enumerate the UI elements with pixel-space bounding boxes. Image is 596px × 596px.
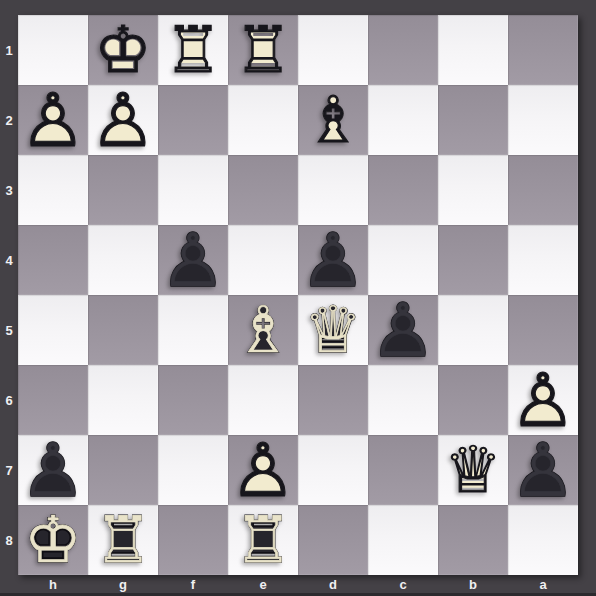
square-a8[interactable]: [508, 505, 578, 575]
black-pawn-glyph-fill: ♟: [158, 225, 228, 295]
square-b5[interactable]: [438, 295, 508, 365]
black-bishop-glyph-detail: ♗: [228, 295, 298, 365]
white-pawn-glyph-fill: ♟: [18, 85, 88, 155]
piece-white-pawn-a6[interactable]: ♟♙: [508, 365, 578, 435]
square-d7[interactable]: [298, 435, 368, 505]
black-bishop-glyph-fill: ♝: [228, 295, 298, 365]
piece-black-pawn-c5[interactable]: ♟♙: [368, 295, 438, 365]
white-pawn-glyph-detail: ♙: [18, 85, 88, 155]
square-b7[interactable]: ♛♕: [438, 435, 508, 505]
piece-black-rook-e8[interactable]: ♜♖: [228, 505, 298, 575]
square-h4[interactable]: [18, 225, 88, 295]
black-pawn-glyph-fill: ♟: [368, 295, 438, 365]
square-f3[interactable]: [158, 155, 228, 225]
square-e6[interactable]: [228, 365, 298, 435]
square-e8[interactable]: ♜♖: [228, 505, 298, 575]
piece-black-pawn-h7[interactable]: ♟♙: [18, 435, 88, 505]
rank-label-4: 4: [0, 225, 18, 295]
white-bishop-glyph-fill: ♝: [298, 85, 368, 155]
white-rook-glyph-fill: ♜: [158, 15, 228, 85]
square-d2[interactable]: ♝♗: [298, 85, 368, 155]
white-pawn-glyph-detail: ♙: [88, 85, 158, 155]
square-f6[interactable]: [158, 365, 228, 435]
black-rook-glyph-detail: ♖: [228, 505, 298, 575]
file-label-c: c: [368, 575, 438, 593]
piece-white-pawn-h2[interactable]: ♟♙: [18, 85, 88, 155]
square-g6[interactable]: [88, 365, 158, 435]
square-h1[interactable]: [18, 15, 88, 85]
square-a4[interactable]: [508, 225, 578, 295]
piece-black-king-h8[interactable]: ♚♔: [18, 505, 88, 575]
white-queen-glyph-fill: ♛: [438, 435, 508, 505]
square-d5[interactable]: ♛♕: [298, 295, 368, 365]
black-pawn-glyph-detail: ♙: [18, 435, 88, 505]
rank-labels: 12345678: [0, 15, 18, 575]
square-c6[interactable]: [368, 365, 438, 435]
piece-white-pawn-e7[interactable]: ♟♙: [228, 435, 298, 505]
square-a2[interactable]: [508, 85, 578, 155]
square-f8[interactable]: [158, 505, 228, 575]
piece-black-pawn-d4[interactable]: ♟♙: [298, 225, 368, 295]
piece-black-bishop-e5[interactable]: ♝♗: [228, 295, 298, 365]
rank-label-6: 6: [0, 365, 18, 435]
white-rook-glyph-detail: ♖: [158, 15, 228, 85]
square-b8[interactable]: [438, 505, 508, 575]
white-queen-glyph-detail: ♕: [438, 435, 508, 505]
white-pawn-glyph-detail: ♙: [228, 435, 298, 505]
square-b6[interactable]: [438, 365, 508, 435]
file-label-d: d: [298, 575, 368, 593]
square-a7[interactable]: ♟♙: [508, 435, 578, 505]
file-label-a: a: [508, 575, 578, 593]
black-pawn-glyph-detail: ♙: [508, 435, 578, 505]
chess-board-frame: 12345678 ♚♔♜♖♜♖♟♙♟♙♝♗♟♙♟♙♝♗♛♕♟♙♟♙♟♙♟♙♛♕♟…: [0, 0, 596, 596]
square-e1[interactable]: ♜♖: [228, 15, 298, 85]
piece-white-pawn-g2[interactable]: ♟♙: [88, 85, 158, 155]
piece-white-king-g1[interactable]: ♚♔: [88, 15, 158, 85]
square-e4[interactable]: [228, 225, 298, 295]
piece-black-pawn-a7[interactable]: ♟♙: [508, 435, 578, 505]
black-pawn-glyph-detail: ♙: [368, 295, 438, 365]
square-c7[interactable]: [368, 435, 438, 505]
square-a1[interactable]: [508, 15, 578, 85]
square-e7[interactable]: ♟♙: [228, 435, 298, 505]
file-label-e: e: [228, 575, 298, 593]
square-c3[interactable]: [368, 155, 438, 225]
piece-black-pawn-f4[interactable]: ♟♙: [158, 225, 228, 295]
square-e2[interactable]: [228, 85, 298, 155]
white-pawn-glyph-fill: ♟: [88, 85, 158, 155]
square-h2[interactable]: ♟♙: [18, 85, 88, 155]
file-label-f: f: [158, 575, 228, 593]
white-rook-glyph-fill: ♜: [228, 15, 298, 85]
rank-label-1: 1: [0, 15, 18, 85]
square-g1[interactable]: ♚♔: [88, 15, 158, 85]
white-pawn-glyph-fill: ♟: [228, 435, 298, 505]
black-pawn-glyph-detail: ♙: [158, 225, 228, 295]
white-bishop-glyph-detail: ♗: [298, 85, 368, 155]
square-e3[interactable]: [228, 155, 298, 225]
square-g2[interactable]: ♟♙: [88, 85, 158, 155]
square-c2[interactable]: [368, 85, 438, 155]
black-king-glyph-detail: ♔: [18, 505, 88, 575]
black-king-glyph-fill: ♚: [18, 505, 88, 575]
piece-black-queen-d5[interactable]: ♛♕: [298, 295, 368, 365]
square-f2[interactable]: [158, 85, 228, 155]
square-h8[interactable]: ♚♔: [18, 505, 88, 575]
white-king-glyph-fill: ♚: [88, 15, 158, 85]
square-h6[interactable]: [18, 365, 88, 435]
square-h5[interactable]: [18, 295, 88, 365]
square-d6[interactable]: [298, 365, 368, 435]
square-f4[interactable]: ♟♙: [158, 225, 228, 295]
square-f5[interactable]: [158, 295, 228, 365]
chess-board[interactable]: ♚♔♜♖♜♖♟♙♟♙♝♗♟♙♟♙♝♗♛♕♟♙♟♙♟♙♟♙♛♕♟♙♚♔♜♖♜♖: [18, 15, 578, 575]
square-g7[interactable]: [88, 435, 158, 505]
rank-label-7: 7: [0, 435, 18, 505]
black-rook-glyph-fill: ♜: [88, 505, 158, 575]
file-label-h: h: [18, 575, 88, 593]
square-h3[interactable]: [18, 155, 88, 225]
file-label-b: b: [438, 575, 508, 593]
square-a5[interactable]: [508, 295, 578, 365]
white-king-glyph-detail: ♔: [88, 15, 158, 85]
square-b3[interactable]: [438, 155, 508, 225]
square-d1[interactable]: [298, 15, 368, 85]
square-g3[interactable]: [88, 155, 158, 225]
square-a6[interactable]: ♟♙: [508, 365, 578, 435]
square-c4[interactable]: [368, 225, 438, 295]
black-pawn-glyph-fill: ♟: [508, 435, 578, 505]
square-b4[interactable]: [438, 225, 508, 295]
rank-label-5: 5: [0, 295, 18, 365]
square-d8[interactable]: [298, 505, 368, 575]
square-b2[interactable]: [438, 85, 508, 155]
white-pawn-glyph-detail: ♙: [508, 365, 578, 435]
white-pawn-glyph-fill: ♟: [508, 365, 578, 435]
square-f7[interactable]: [158, 435, 228, 505]
black-queen-glyph-fill: ♛: [298, 295, 368, 365]
square-c5[interactable]: ♟♙: [368, 295, 438, 365]
file-labels: hgfedcba: [18, 575, 578, 593]
rank-label-8: 8: [0, 505, 18, 575]
square-g5[interactable]: [88, 295, 158, 365]
square-e5[interactable]: ♝♗: [228, 295, 298, 365]
square-d4[interactable]: ♟♙: [298, 225, 368, 295]
square-c1[interactable]: [368, 15, 438, 85]
black-queen-glyph-detail: ♕: [298, 295, 368, 365]
rank-label-3: 3: [0, 155, 18, 225]
black-rook-glyph-detail: ♖: [88, 505, 158, 575]
square-b1[interactable]: [438, 15, 508, 85]
square-d3[interactable]: [298, 155, 368, 225]
black-pawn-glyph-fill: ♟: [298, 225, 368, 295]
piece-white-bishop-d2[interactable]: ♝♗: [298, 85, 368, 155]
black-pawn-glyph-fill: ♟: [18, 435, 88, 505]
piece-white-rook-f1[interactable]: ♜♖: [158, 15, 228, 85]
square-g8[interactable]: ♜♖: [88, 505, 158, 575]
rank-label-2: 2: [0, 85, 18, 155]
black-rook-glyph-fill: ♜: [228, 505, 298, 575]
white-rook-glyph-detail: ♖: [228, 15, 298, 85]
square-c8[interactable]: [368, 505, 438, 575]
black-pawn-glyph-detail: ♙: [298, 225, 368, 295]
square-g4[interactable]: [88, 225, 158, 295]
square-a3[interactable]: [508, 155, 578, 225]
square-f1[interactable]: ♜♖: [158, 15, 228, 85]
square-h7[interactable]: ♟♙: [18, 435, 88, 505]
piece-white-queen-b7[interactable]: ♛♕: [438, 435, 508, 505]
piece-white-rook-e1[interactable]: ♜♖: [228, 15, 298, 85]
file-label-g: g: [88, 575, 158, 593]
piece-black-rook-g8[interactable]: ♜♖: [88, 505, 158, 575]
